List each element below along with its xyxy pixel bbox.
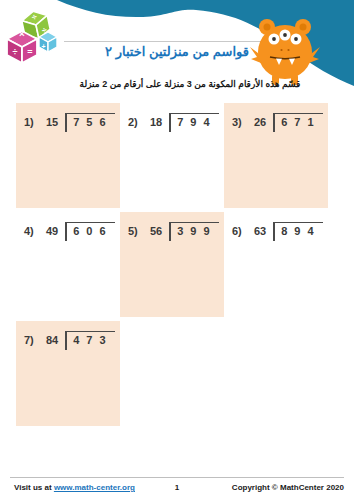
copyright-text: Copyright © MathCenter 2020 bbox=[232, 483, 344, 492]
divisor: 49 bbox=[46, 222, 58, 237]
instructions-text: قسّم هذه الأرقام المكونة من 3 منزلة على … bbox=[26, 79, 354, 89]
dividend: 606 bbox=[73, 225, 112, 237]
problem-cell-4: 4) 49 606 bbox=[16, 212, 120, 317]
header-divider bbox=[64, 41, 268, 42]
problem-cell-6: 6) 63 894 bbox=[224, 212, 328, 317]
dividend: 894 bbox=[281, 225, 320, 237]
problem-number: 5) bbox=[128, 222, 150, 237]
division-bracket: 794 bbox=[169, 113, 218, 132]
footer: Visit us at www.math-center.org 1 Copyri… bbox=[0, 483, 354, 497]
divisor: 26 bbox=[254, 113, 266, 128]
math-dice-icon: ÷ ÷ + × ÷ = bbox=[2, 5, 64, 69]
empty-cell bbox=[224, 321, 328, 426]
division-bracket: 606 bbox=[65, 222, 114, 241]
division-bracket: 473 bbox=[65, 331, 114, 350]
problem-cell-1: 1) 15 756 bbox=[16, 103, 120, 208]
division-bracket: 399 bbox=[169, 222, 218, 241]
page-title: قواسم من منزلتين اختبار ٢ bbox=[0, 44, 354, 59]
dividend: 794 bbox=[177, 116, 216, 128]
problem-number: 3) bbox=[232, 113, 254, 128]
problem-number: 1) bbox=[24, 113, 46, 128]
dividend: 756 bbox=[73, 116, 112, 128]
dividend: 671 bbox=[281, 116, 320, 128]
dividend: 399 bbox=[177, 225, 216, 237]
problem-cell-7: 7) 84 473 bbox=[16, 321, 120, 426]
footer-divider bbox=[10, 477, 344, 478]
division-bracket: 894 bbox=[273, 222, 322, 241]
divisor: 56 bbox=[150, 222, 162, 237]
problem-number: 2) bbox=[128, 113, 150, 128]
problems-grid: 1) 15 756 2) 18 794 3) 26 671 4) 49 606 … bbox=[16, 103, 328, 426]
division-bracket: 756 bbox=[65, 113, 114, 132]
problem-number: 4) bbox=[24, 222, 46, 237]
problem-number: 6) bbox=[232, 222, 254, 237]
svg-text:×: × bbox=[19, 28, 26, 39]
division-bracket: 671 bbox=[273, 113, 322, 132]
empty-cell bbox=[120, 321, 224, 426]
divisor: 15 bbox=[46, 113, 58, 128]
problem-cell-2: 2) 18 794 bbox=[120, 103, 224, 208]
divisor: 18 bbox=[150, 113, 162, 128]
divisor: 84 bbox=[46, 331, 58, 346]
problem-cell-3: 3) 26 671 bbox=[224, 103, 328, 208]
problem-cell-5: 5) 56 399 bbox=[120, 212, 224, 317]
dividend: 473 bbox=[73, 334, 112, 346]
problem-number: 7) bbox=[24, 331, 46, 346]
divisor: 63 bbox=[254, 222, 266, 237]
